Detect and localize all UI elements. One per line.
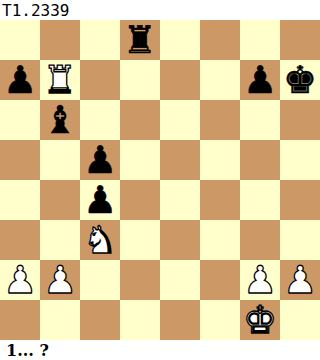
square-f1[interactable] bbox=[200, 300, 240, 340]
square-f2[interactable] bbox=[200, 260, 240, 300]
white-rook-piece: ♜ bbox=[43, 61, 77, 99]
square-e8[interactable] bbox=[160, 20, 200, 60]
square-b7[interactable]: ♜ bbox=[40, 60, 80, 100]
square-c3[interactable]: ♞ bbox=[80, 220, 120, 260]
square-f7[interactable] bbox=[200, 60, 240, 100]
chess-trainer-window: T1.2339 ♜♟♜♟♚♝♟♟♞♟♟♟♟♚ 1... ? bbox=[0, 0, 320, 360]
white-pawn-piece: ♟ bbox=[243, 261, 277, 299]
square-g5[interactable] bbox=[240, 140, 280, 180]
square-h2[interactable]: ♟ bbox=[280, 260, 320, 300]
square-h6[interactable] bbox=[280, 100, 320, 140]
square-d6[interactable] bbox=[120, 100, 160, 140]
white-knight-piece: ♞ bbox=[83, 221, 117, 259]
square-c2[interactable] bbox=[80, 260, 120, 300]
square-e4[interactable] bbox=[160, 180, 200, 220]
square-a3[interactable] bbox=[0, 220, 40, 260]
square-g8[interactable] bbox=[240, 20, 280, 60]
black-pawn-piece: ♟ bbox=[3, 61, 37, 99]
square-f3[interactable] bbox=[200, 220, 240, 260]
square-g6[interactable] bbox=[240, 100, 280, 140]
puzzle-id-label: T1.2339 bbox=[0, 0, 320, 20]
square-b2[interactable]: ♟ bbox=[40, 260, 80, 300]
square-g3[interactable] bbox=[240, 220, 280, 260]
square-h4[interactable] bbox=[280, 180, 320, 220]
square-h7[interactable]: ♚ bbox=[280, 60, 320, 100]
black-pawn-piece: ♟ bbox=[83, 141, 117, 179]
square-a5[interactable] bbox=[0, 140, 40, 180]
square-c4[interactable]: ♟ bbox=[80, 180, 120, 220]
square-b1[interactable] bbox=[40, 300, 80, 340]
square-d8[interactable]: ♜ bbox=[120, 20, 160, 60]
square-b6[interactable]: ♝ bbox=[40, 100, 80, 140]
square-c6[interactable] bbox=[80, 100, 120, 140]
square-a6[interactable] bbox=[0, 100, 40, 140]
square-b8[interactable] bbox=[40, 20, 80, 60]
square-g7[interactable]: ♟ bbox=[240, 60, 280, 100]
square-d2[interactable] bbox=[120, 260, 160, 300]
square-b5[interactable] bbox=[40, 140, 80, 180]
square-e5[interactable] bbox=[160, 140, 200, 180]
square-h5[interactable] bbox=[280, 140, 320, 180]
square-d4[interactable] bbox=[120, 180, 160, 220]
move-prompt-label: 1... ? bbox=[0, 340, 320, 360]
square-h3[interactable] bbox=[280, 220, 320, 260]
square-h1[interactable] bbox=[280, 300, 320, 340]
square-d1[interactable] bbox=[120, 300, 160, 340]
square-g1[interactable]: ♚ bbox=[240, 300, 280, 340]
square-c7[interactable] bbox=[80, 60, 120, 100]
square-c1[interactable] bbox=[80, 300, 120, 340]
square-a7[interactable]: ♟ bbox=[0, 60, 40, 100]
black-pawn-piece: ♟ bbox=[83, 181, 117, 219]
square-d3[interactable] bbox=[120, 220, 160, 260]
white-pawn-piece: ♟ bbox=[283, 261, 317, 299]
square-g2[interactable]: ♟ bbox=[240, 260, 280, 300]
square-a1[interactable] bbox=[0, 300, 40, 340]
square-a4[interactable] bbox=[0, 180, 40, 220]
square-c8[interactable] bbox=[80, 20, 120, 60]
square-e7[interactable] bbox=[160, 60, 200, 100]
square-a8[interactable] bbox=[0, 20, 40, 60]
square-d5[interactable] bbox=[120, 140, 160, 180]
black-king-piece: ♚ bbox=[283, 61, 317, 99]
square-f4[interactable] bbox=[200, 180, 240, 220]
white-pawn-piece: ♟ bbox=[43, 261, 77, 299]
white-king-piece: ♚ bbox=[243, 301, 277, 339]
square-f6[interactable] bbox=[200, 100, 240, 140]
square-c5[interactable]: ♟ bbox=[80, 140, 120, 180]
black-bishop-piece: ♝ bbox=[43, 101, 77, 139]
square-b3[interactable] bbox=[40, 220, 80, 260]
square-f5[interactable] bbox=[200, 140, 240, 180]
black-rook-piece: ♜ bbox=[123, 21, 157, 59]
white-pawn-piece: ♟ bbox=[3, 261, 37, 299]
chess-board: ♜♟♜♟♚♝♟♟♞♟♟♟♟♚ bbox=[0, 20, 320, 340]
square-h8[interactable] bbox=[280, 20, 320, 60]
square-e1[interactable] bbox=[160, 300, 200, 340]
square-g4[interactable] bbox=[240, 180, 280, 220]
black-pawn-piece: ♟ bbox=[243, 61, 277, 99]
square-d7[interactable] bbox=[120, 60, 160, 100]
square-a2[interactable]: ♟ bbox=[0, 260, 40, 300]
square-b4[interactable] bbox=[40, 180, 80, 220]
square-f8[interactable] bbox=[200, 20, 240, 60]
square-e3[interactable] bbox=[160, 220, 200, 260]
square-e6[interactable] bbox=[160, 100, 200, 140]
square-e2[interactable] bbox=[160, 260, 200, 300]
